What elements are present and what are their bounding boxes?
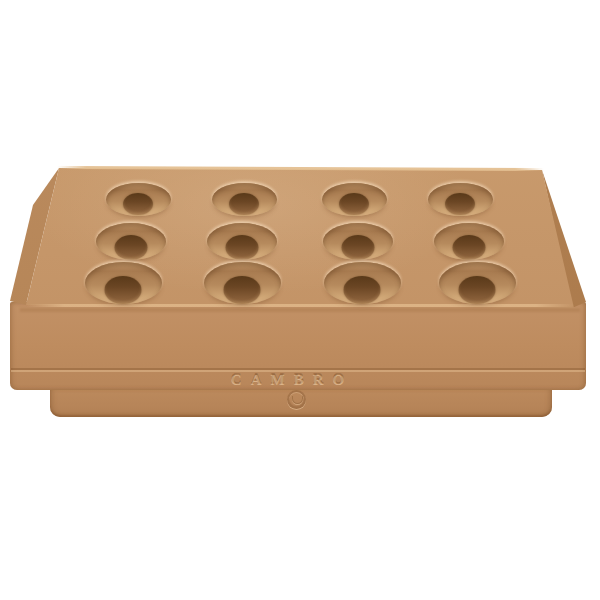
hole-r3-c2 — [204, 262, 281, 304]
front-edge-highlight — [26, 304, 574, 307]
product-top-surface — [0, 0, 600, 600]
hole-cavity — [115, 235, 148, 260]
hole-cavity — [123, 193, 153, 215]
hole-cavity — [453, 235, 486, 260]
hole-cavity — [224, 276, 261, 304]
hole-cavity — [226, 235, 259, 260]
hole-cavity — [105, 276, 142, 304]
cambro-emblem-mark — [292, 396, 303, 404]
cambro-emblem-icon — [287, 390, 306, 409]
hole-cavity — [342, 235, 375, 260]
hole-r1-c2 — [212, 183, 277, 216]
hole-r3-c1 — [85, 262, 162, 304]
hole-r1-c3 — [322, 183, 387, 216]
brand-text: CAMBRO — [218, 371, 366, 388]
product-photo: CAMBRO — [0, 0, 600, 600]
hole-r2-c2 — [207, 223, 277, 260]
hole-cavity — [229, 193, 259, 215]
hole-r2-c4 — [434, 223, 504, 260]
hole-r1-c4 — [428, 183, 493, 216]
hole-r1-c1 — [106, 183, 171, 216]
front-edge-shadow — [20, 308, 580, 312]
hole-r3-c3 — [324, 262, 401, 304]
hole-cavity — [344, 276, 381, 304]
hole-r3-c4 — [439, 262, 516, 304]
hole-r2-c1 — [96, 223, 166, 260]
hole-cavity — [339, 193, 369, 215]
hole-cavity — [459, 276, 496, 304]
hole-r2-c3 — [323, 223, 393, 260]
hole-cavity — [445, 193, 475, 215]
